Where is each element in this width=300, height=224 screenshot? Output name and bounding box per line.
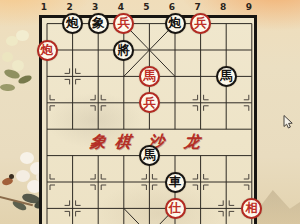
point-marker bbox=[50, 185, 55, 190]
point-marker bbox=[218, 211, 223, 216]
leaf-decoration bbox=[17, 74, 32, 84]
point-marker bbox=[76, 79, 81, 84]
point-marker bbox=[244, 95, 249, 100]
piece-black-horse-c8r3[interactable]: 馬 bbox=[216, 66, 237, 87]
point-marker bbox=[229, 211, 234, 216]
piece-black-general-c4r2[interactable]: 將 bbox=[113, 40, 134, 61]
point-marker bbox=[50, 95, 55, 100]
column-label-2: 2 bbox=[64, 1, 76, 13]
point-marker bbox=[65, 68, 70, 73]
point-marker bbox=[204, 106, 209, 111]
point-marker bbox=[152, 185, 157, 190]
column-label-4: 4 bbox=[115, 1, 127, 13]
point-marker bbox=[193, 106, 198, 111]
point-marker bbox=[65, 79, 70, 84]
flower-decoration bbox=[12, 60, 24, 71]
point-marker bbox=[141, 174, 146, 179]
point-marker bbox=[229, 200, 234, 205]
point-marker bbox=[244, 185, 249, 190]
column-label-6: 6 bbox=[166, 1, 178, 13]
point-marker bbox=[244, 174, 249, 179]
point-marker bbox=[76, 200, 81, 205]
point-marker bbox=[204, 95, 209, 100]
piece-red-horse-c5r3[interactable]: 馬 bbox=[139, 66, 160, 87]
point-marker bbox=[90, 174, 95, 179]
point-marker bbox=[65, 211, 70, 216]
point-marker bbox=[204, 174, 209, 179]
point-marker bbox=[65, 200, 70, 205]
xiangqi-board[interactable] bbox=[39, 15, 257, 224]
column-label-1: 1 bbox=[38, 1, 50, 13]
point-marker bbox=[90, 185, 95, 190]
point-marker bbox=[218, 200, 223, 205]
flower-decoration bbox=[2, 52, 13, 62]
point-marker bbox=[141, 185, 146, 190]
point-marker bbox=[244, 106, 249, 111]
column-label-9: 9 bbox=[243, 1, 255, 13]
point-marker bbox=[90, 95, 95, 100]
flower-decoration bbox=[16, 30, 29, 41]
piece-red-advisor-c6r8[interactable]: 仕 bbox=[165, 198, 186, 219]
piece-black-chariot-c6r7[interactable]: 車 bbox=[165, 172, 186, 193]
mouse-cursor bbox=[283, 115, 295, 129]
leaf-decoration bbox=[21, 191, 41, 206]
point-marker bbox=[193, 174, 198, 179]
leaf-decoration bbox=[0, 83, 15, 92]
point-marker bbox=[152, 174, 157, 179]
point-marker bbox=[101, 106, 106, 111]
flower-decoration bbox=[16, 170, 30, 182]
bird-head-decoration bbox=[9, 174, 14, 179]
point-marker bbox=[193, 185, 198, 190]
column-label-8: 8 bbox=[217, 1, 229, 13]
branch-decoration bbox=[0, 196, 33, 206]
point-marker bbox=[76, 211, 81, 216]
point-marker bbox=[101, 174, 106, 179]
piece-black-elephant-c3r1[interactable]: 象 bbox=[88, 13, 109, 34]
point-marker bbox=[76, 68, 81, 73]
xiangqi-app-screen: 123456789 象棋沙龙 炮象兵炮兵炮將馬馬兵馬車仕相 bbox=[0, 0, 300, 224]
point-marker bbox=[50, 174, 55, 179]
point-marker bbox=[90, 106, 95, 111]
piece-black-cannon-c6r1[interactable]: 炮 bbox=[165, 13, 186, 34]
board-grid bbox=[42, 18, 254, 224]
leaf-decoration bbox=[11, 198, 27, 212]
point-marker bbox=[50, 106, 55, 111]
leaf-decoration bbox=[3, 67, 21, 81]
bird-decoration bbox=[1, 176, 14, 186]
piece-black-horse-c5r6[interactable]: 馬 bbox=[139, 145, 160, 166]
point-marker bbox=[101, 95, 106, 100]
column-label-7: 7 bbox=[192, 1, 204, 13]
flower-decoration bbox=[6, 36, 18, 46]
piece-red-cannon-c1r2[interactable]: 炮 bbox=[37, 40, 58, 61]
flower-decoration bbox=[20, 152, 34, 164]
point-marker bbox=[193, 95, 198, 100]
column-label-3: 3 bbox=[89, 1, 101, 13]
piece-red-elephant-c9r8[interactable]: 相 bbox=[241, 198, 262, 219]
point-marker bbox=[101, 185, 106, 190]
point-marker bbox=[204, 185, 209, 190]
column-label-5: 5 bbox=[140, 1, 152, 13]
